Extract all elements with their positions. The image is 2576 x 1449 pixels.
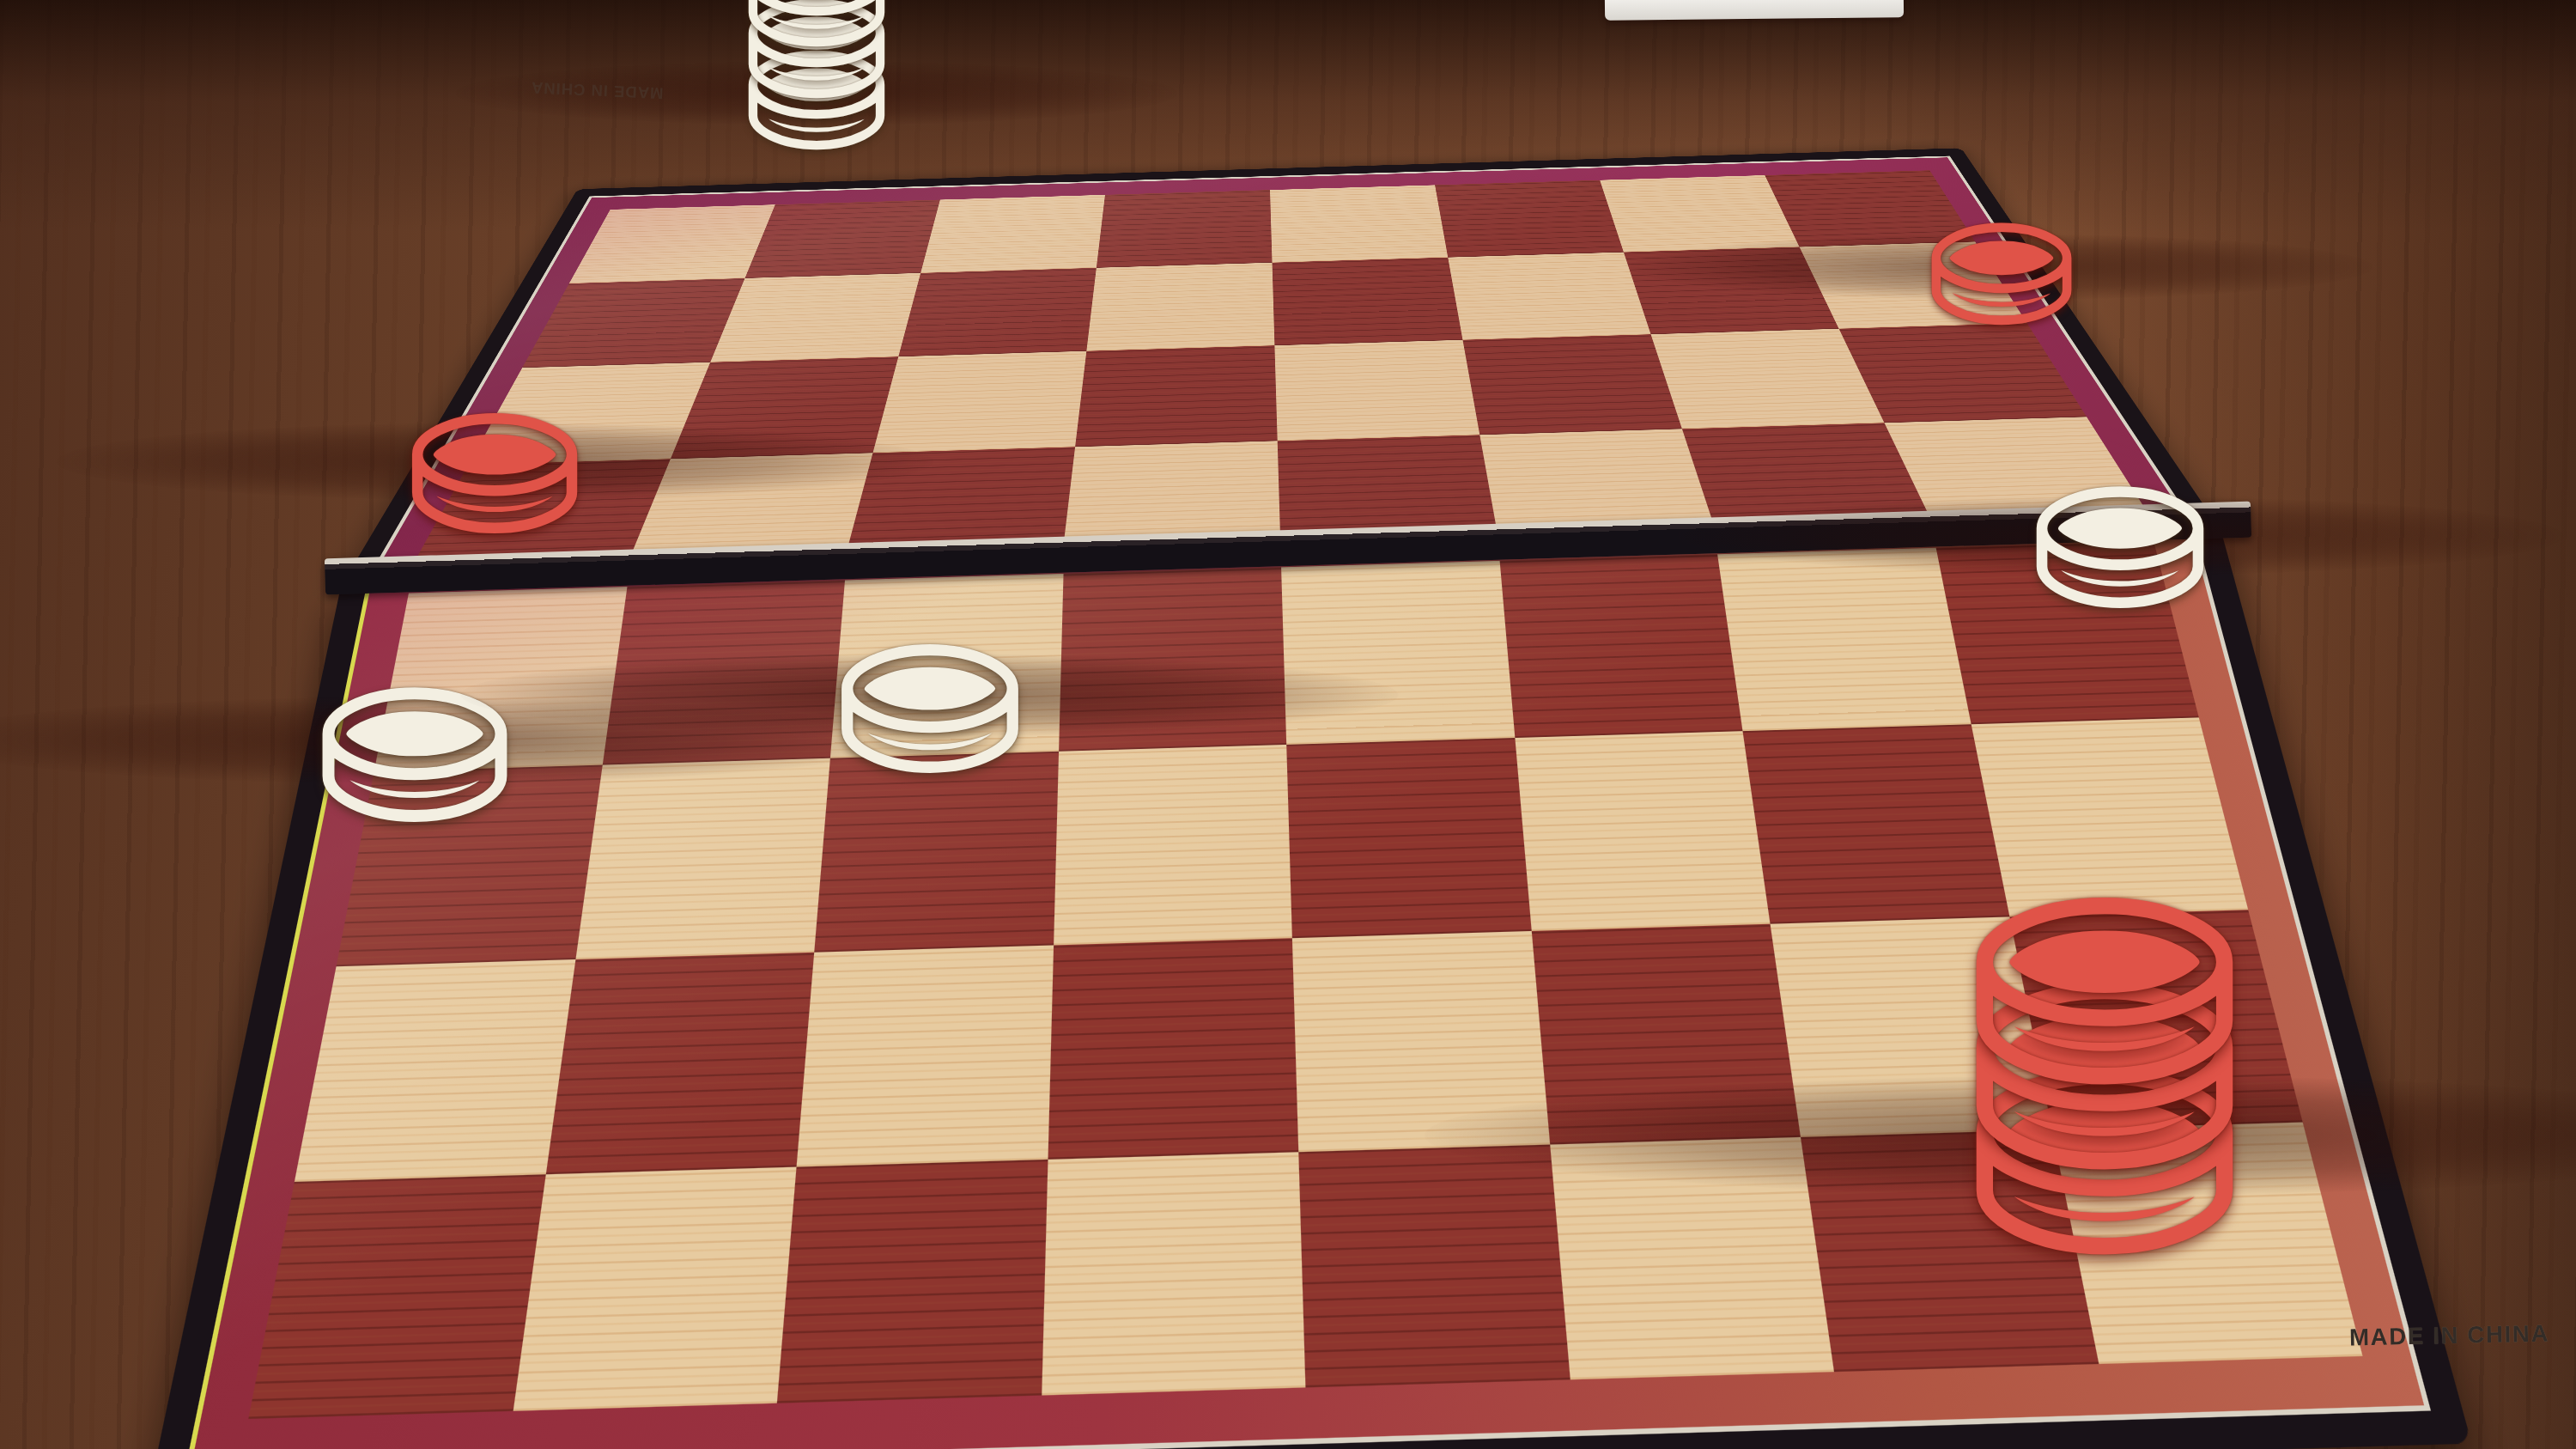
square-r8c6[interactable] (1550, 1137, 1834, 1380)
board-scene (0, 0, 2576, 1449)
square-r2c5[interactable] (1273, 258, 1463, 346)
square-r2c3[interactable] (898, 268, 1097, 356)
square-r5c4[interactable] (1059, 568, 1287, 752)
square-r3c5[interactable] (1274, 340, 1479, 441)
square-r1c2[interactable] (744, 200, 939, 278)
square-r6c6[interactable] (1515, 731, 1771, 931)
square-r2c4[interactable] (1086, 263, 1274, 351)
square-r6c8[interactable] (1971, 717, 2248, 917)
square-r5c8[interactable] (1935, 542, 2199, 725)
square-r7c4[interactable] (1048, 939, 1298, 1160)
square-r8c8[interactable] (2051, 1123, 2362, 1365)
square-r2c6[interactable] (1448, 253, 1650, 340)
square-r1c3[interactable] (920, 195, 1105, 273)
square-r1c4[interactable] (1097, 190, 1273, 268)
square-r8c4[interactable] (1042, 1152, 1306, 1396)
square-r7c8[interactable] (2009, 910, 2303, 1130)
square-r2c2[interactable] (710, 273, 920, 362)
square-r2c1[interactable] (522, 278, 744, 368)
square-r2c8[interactable] (1800, 242, 2027, 329)
square-r7c3[interactable] (797, 946, 1054, 1167)
square-r1c6[interactable] (1435, 180, 1624, 258)
square-r8c1[interactable] (248, 1175, 545, 1420)
square-r7c6[interactable] (1531, 924, 1801, 1144)
square-r8c5[interactable] (1298, 1145, 1570, 1389)
square-r5c3[interactable] (830, 574, 1063, 758)
square-r6c7[interactable] (1742, 724, 2008, 924)
square-r8c3[interactable] (777, 1160, 1048, 1404)
board-bottom-half (144, 530, 2471, 1449)
square-r3c6[interactable] (1462, 334, 1681, 435)
board-grid-near (248, 542, 2362, 1420)
square-r5c2[interactable] (602, 581, 845, 765)
square-r5c7[interactable] (1717, 548, 1971, 731)
square-r6c3[interactable] (814, 752, 1058, 953)
square-r1c1[interactable] (569, 204, 775, 283)
board-bottom-field (184, 531, 2432, 1449)
square-r3c4[interactable] (1075, 345, 1278, 447)
square-r5c5[interactable] (1281, 561, 1515, 745)
square-r7c1[interactable] (295, 960, 575, 1183)
square-r7c2[interactable] (545, 953, 814, 1174)
square-r1c5[interactable] (1270, 186, 1448, 263)
square-r7c5[interactable] (1292, 932, 1550, 1153)
square-r6c1[interactable] (337, 765, 603, 967)
square-r5c6[interactable] (1499, 555, 1742, 738)
square-r7c7[interactable] (1771, 917, 2052, 1137)
square-r8c2[interactable] (513, 1167, 797, 1412)
square-r6c4[interactable] (1054, 745, 1292, 946)
square-r6c5[interactable] (1286, 738, 1531, 939)
square-r1c8[interactable] (1765, 170, 1975, 247)
square-r8c7[interactable] (1801, 1129, 2099, 1373)
square-r6c2[interactable] (575, 758, 830, 960)
square-r3c3[interactable] (872, 351, 1086, 454)
square-r5c1[interactable] (374, 588, 627, 772)
made-in-china-label: MADE IN CHINA (2349, 1319, 2550, 1351)
square-r1c7[interactable] (1600, 175, 1799, 253)
